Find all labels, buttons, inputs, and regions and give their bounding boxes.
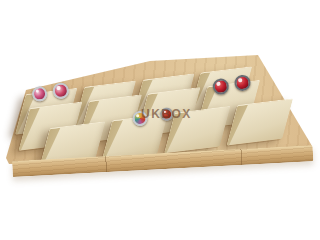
product-photo-scene: UKBOX [0, 0, 320, 240]
watermark-text: UKBOX [141, 107, 192, 121]
